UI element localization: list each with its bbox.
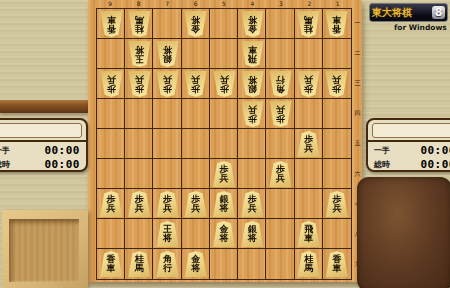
board-square[interactable] [153, 99, 181, 129]
piece-kanji: 桂馬 [134, 15, 144, 32]
rank-label: 一 [353, 8, 362, 38]
piece-kanji: 歩兵 [219, 165, 229, 182]
piece-stand [357, 177, 450, 288]
piece-kanji: 銀将 [163, 45, 173, 62]
board-square[interactable] [266, 189, 294, 219]
piece-kanji: 香車 [332, 255, 342, 272]
shogi-board: 987654321 一二三四五六七八九 香車桂馬金将金将桂馬香車玉将銀将飛車歩兵… [88, 0, 362, 282]
file-labels: 987654321 [96, 0, 352, 8]
board-grid: 香車桂馬金将金将桂馬香車玉将銀将飛車歩兵歩兵歩兵歩兵歩兵銀将角行歩兵歩兵歩兵歩兵… [96, 8, 352, 280]
piece-kanji: 銀将 [247, 225, 257, 242]
board-square[interactable] [266, 9, 294, 39]
board-square[interactable] [153, 9, 181, 39]
board-square[interactable] [266, 129, 294, 159]
piece-kanji: 歩兵 [163, 195, 173, 212]
board-square[interactable] [182, 219, 210, 249]
gote-total-time-value: 00:00 [44, 158, 80, 171]
piece-kanji: 歩兵 [332, 195, 342, 212]
piece-kanji: 金将 [191, 15, 201, 32]
board-square[interactable] [266, 219, 294, 249]
sente-total-time-label: 総時 [374, 159, 390, 170]
piece-kanji: 歩兵 [332, 75, 342, 92]
piece-kanji: 桂馬 [134, 255, 144, 272]
app-logo-version-badge: 8 [432, 6, 445, 19]
piece-box [2, 210, 88, 288]
board-square[interactable] [153, 159, 181, 189]
piece-box-interior [9, 219, 79, 282]
app-logo-title: 東大将棋 [372, 6, 412, 20]
piece-kanji: 歩兵 [191, 75, 201, 92]
board-square[interactable] [210, 99, 238, 129]
piece-kanji: 歩兵 [106, 195, 116, 212]
shelf-edge [0, 100, 88, 113]
board-square[interactable] [97, 99, 125, 129]
piece-kanji: 桂馬 [304, 255, 314, 272]
piece-kanji: 桂馬 [304, 15, 314, 32]
board-square[interactable] [295, 99, 323, 129]
piece-kanji: 香車 [332, 15, 342, 32]
rank-label: 五 [353, 129, 362, 159]
rank-label: 三 [353, 68, 362, 98]
board-square[interactable] [97, 219, 125, 249]
file-label: 4 [238, 0, 266, 8]
sente-move-time-value: 00:00 [420, 144, 450, 157]
gote-name-plate [0, 123, 82, 138]
piece-kanji: 歩兵 [275, 165, 285, 182]
piece-kanji: 角行 [163, 255, 173, 272]
board-square[interactable] [182, 129, 210, 159]
app-logo-subtitle: for Windows [394, 23, 447, 32]
piece-kanji: 歩兵 [304, 75, 314, 92]
board-square[interactable] [153, 129, 181, 159]
piece-kanji: 歩兵 [219, 75, 229, 92]
gote-total-time-label: 総時 [0, 159, 10, 170]
board-square[interactable] [323, 129, 351, 159]
file-label: 1 [324, 0, 352, 8]
board-square[interactable] [125, 129, 153, 159]
file-label: 5 [210, 0, 238, 8]
piece-kanji: 銀将 [247, 75, 257, 92]
board-square[interactable] [210, 9, 238, 39]
piece-kanji: 玉将 [134, 45, 144, 62]
board-square[interactable] [295, 189, 323, 219]
app-logo: 東大将棋 8 [369, 3, 448, 22]
piece-kanji: 歩兵 [191, 195, 201, 212]
piece-kanji: 角行 [275, 75, 285, 92]
rank-label: 二 [353, 38, 362, 68]
piece-kanji: 香車 [106, 255, 116, 272]
sente-clock-panel: 一手 00:00 総時 00:00 [366, 118, 450, 172]
sente-name-plate [372, 123, 450, 138]
gote-move-time-label: 一手 [0, 145, 10, 156]
board-square[interactable] [238, 159, 266, 189]
board-square[interactable] [182, 39, 210, 69]
file-label: 6 [181, 0, 209, 8]
board-square[interactable] [97, 129, 125, 159]
sente-total-time-value: 00:00 [420, 158, 450, 171]
board-square[interactable] [125, 219, 153, 249]
board-square[interactable] [182, 159, 210, 189]
piece-kanji: 金将 [247, 15, 257, 32]
piece-kanji: 金将 [191, 255, 201, 272]
piece-kanji: 王将 [163, 225, 173, 242]
board-square[interactable] [266, 249, 294, 279]
file-label: 8 [124, 0, 152, 8]
board-square[interactable] [238, 129, 266, 159]
gote-clock-panel: 一手 00:00 総時 00:00 [0, 118, 88, 172]
board-square[interactable] [323, 99, 351, 129]
board-square[interactable] [210, 129, 238, 159]
file-label: 2 [295, 0, 323, 8]
gote-move-time-value: 00:00 [44, 144, 80, 157]
piece-kanji: 歩兵 [106, 75, 116, 92]
board-square[interactable] [323, 39, 351, 69]
piece-kanji: 歩兵 [163, 75, 173, 92]
file-label: 9 [96, 0, 124, 8]
board-square[interactable] [295, 39, 323, 69]
board-square[interactable] [323, 159, 351, 189]
board-square[interactable] [210, 249, 238, 279]
piece-kanji: 飛車 [304, 225, 314, 242]
piece-kanji: 飛車 [247, 45, 257, 62]
piece-kanji: 歩兵 [304, 135, 314, 152]
board-square[interactable] [97, 159, 125, 189]
piece-kanji: 歩兵 [247, 105, 257, 122]
rank-label: 四 [353, 99, 362, 129]
board-square[interactable] [97, 39, 125, 69]
board-square[interactable] [182, 99, 210, 129]
piece-kanji: 歩兵 [275, 105, 285, 122]
piece-kanji: 歩兵 [134, 75, 144, 92]
board-square[interactable] [125, 159, 153, 189]
piece-kanji: 歩兵 [247, 195, 257, 212]
file-label: 7 [153, 0, 181, 8]
board-square[interactable] [210, 39, 238, 69]
board-square[interactable] [295, 159, 323, 189]
board-square[interactable] [125, 99, 153, 129]
sente-move-time-label: 一手 [374, 145, 390, 156]
piece-kanji: 銀将 [219, 195, 229, 212]
piece-kanji: 歩兵 [134, 195, 144, 212]
board-square[interactable] [238, 249, 266, 279]
piece-kanji: 金将 [219, 225, 229, 242]
board-square[interactable] [266, 39, 294, 69]
board-square[interactable] [323, 219, 351, 249]
piece-kanji: 香車 [106, 15, 116, 32]
file-label: 3 [267, 0, 295, 8]
